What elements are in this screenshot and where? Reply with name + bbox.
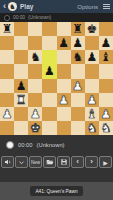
square-h3[interactable] bbox=[99, 93, 113, 107]
square-g5[interactable] bbox=[85, 64, 99, 78]
square-c7[interactable] bbox=[28, 36, 42, 50]
square-g1[interactable]: ♞ bbox=[85, 121, 99, 135]
square-b6[interactable] bbox=[14, 50, 28, 64]
piece-black-pawn: ♟ bbox=[86, 51, 97, 63]
play-icon: ▶ bbox=[103, 159, 108, 166]
square-b1[interactable] bbox=[14, 121, 28, 135]
square-f4[interactable]: ♟ bbox=[71, 79, 85, 93]
square-e6[interactable] bbox=[57, 50, 71, 64]
square-g6[interactable]: ♟ bbox=[85, 50, 99, 64]
square-d2[interactable] bbox=[42, 107, 56, 121]
player-bar-white: 00:00 (Unknown) bbox=[0, 135, 113, 155]
chess-board: ♜♜♚♟♟♟♞♞♟♝♟♟♟♜♟♟♟♟♝♟♚♞♞ bbox=[0, 22, 113, 135]
piece-black-pawn: ♟ bbox=[44, 65, 55, 77]
piece-white-pawn: ♟ bbox=[86, 94, 97, 106]
speaker-icon bbox=[4, 158, 12, 166]
square-h2[interactable]: ♟ bbox=[99, 107, 113, 121]
floppy-disk-icon bbox=[60, 158, 68, 166]
square-c1[interactable]: ♚ bbox=[28, 121, 42, 135]
square-d8[interactable] bbox=[42, 22, 56, 36]
square-e5[interactable] bbox=[57, 64, 71, 78]
square-d7[interactable] bbox=[42, 36, 56, 50]
white-player-color-icon bbox=[6, 141, 14, 149]
square-b8[interactable] bbox=[14, 22, 28, 36]
square-d4[interactable] bbox=[42, 79, 56, 93]
white-player-clock: 00:00 bbox=[18, 142, 33, 148]
square-b5[interactable] bbox=[14, 64, 28, 78]
next-icon: › bbox=[90, 158, 93, 166]
white-player-name: (Unknown) bbox=[37, 142, 65, 148]
square-f2[interactable] bbox=[71, 107, 85, 121]
square-d3[interactable] bbox=[42, 93, 56, 107]
piece-white-pawn: ♟ bbox=[30, 108, 41, 120]
square-a3[interactable] bbox=[0, 93, 14, 107]
black-player-name: (Unknown) bbox=[28, 15, 51, 20]
square-g7[interactable] bbox=[85, 36, 99, 50]
piece-white-bishop: ♝ bbox=[86, 108, 97, 120]
bottom-panel: 00:00 (Unknown) New ‹ › bbox=[0, 135, 113, 182]
piece-black-king: ♚ bbox=[86, 23, 97, 35]
square-e7[interactable]: ♟ bbox=[57, 36, 71, 50]
folder-open-icon bbox=[46, 158, 54, 166]
new-game-button[interactable]: New bbox=[29, 156, 42, 168]
square-h4[interactable] bbox=[99, 79, 113, 93]
status-area: A41: Queen's Pawn bbox=[0, 182, 113, 200]
square-a1[interactable] bbox=[0, 121, 14, 135]
square-f5[interactable] bbox=[71, 64, 85, 78]
open-button[interactable] bbox=[43, 156, 56, 168]
player-bar-black: 00:00 (Unknown) bbox=[0, 13, 113, 22]
square-a2[interactable]: ♟ bbox=[0, 107, 14, 121]
piece-white-knight: ♞ bbox=[86, 122, 97, 134]
square-c3[interactable] bbox=[28, 93, 42, 107]
next-move-button[interactable]: › bbox=[85, 156, 98, 168]
square-f1[interactable] bbox=[71, 121, 85, 135]
square-c8[interactable] bbox=[28, 22, 42, 36]
square-a8[interactable]: ♜ bbox=[0, 22, 14, 36]
app-logo-icon: ♞ bbox=[8, 2, 17, 11]
square-h8[interactable] bbox=[99, 22, 113, 36]
square-g2[interactable]: ♝ bbox=[85, 107, 99, 121]
piece-black-pawn: ♟ bbox=[16, 80, 27, 92]
square-a5[interactable] bbox=[0, 64, 14, 78]
square-c2[interactable]: ♟ bbox=[28, 107, 42, 121]
square-h7[interactable]: ♟ bbox=[99, 36, 113, 50]
square-a4[interactable] bbox=[0, 79, 14, 93]
square-d1[interactable] bbox=[42, 121, 56, 135]
square-f3[interactable] bbox=[71, 93, 85, 107]
square-e1[interactable] bbox=[57, 121, 71, 135]
piece-black-rook: ♜ bbox=[2, 23, 13, 35]
piece-white-king: ♚ bbox=[30, 122, 41, 134]
square-e3[interactable]: ♟ bbox=[57, 93, 71, 107]
square-h5[interactable] bbox=[99, 64, 113, 78]
piece-white-pawn: ♟ bbox=[101, 108, 112, 120]
square-e8[interactable] bbox=[57, 22, 71, 36]
piece-black-knight: ♞ bbox=[72, 51, 83, 63]
square-d5[interactable]: ♟ bbox=[42, 64, 56, 78]
square-c6[interactable]: ♞ bbox=[28, 50, 42, 64]
opening-toast: A41: Queen's Pawn bbox=[30, 186, 82, 196]
square-f7[interactable]: ♟ bbox=[71, 36, 85, 50]
square-a7[interactable] bbox=[0, 36, 14, 50]
sound-button[interactable] bbox=[1, 156, 14, 168]
piece-black-pawn: ♟ bbox=[72, 37, 83, 49]
page-title: Play bbox=[20, 3, 33, 10]
square-e2[interactable] bbox=[57, 107, 71, 121]
square-g8[interactable]: ♚ bbox=[85, 22, 99, 36]
prev-icon: ‹ bbox=[76, 158, 79, 166]
piece-white-pawn: ♟ bbox=[2, 108, 13, 120]
toolbar: New ‹ › ▶ bbox=[0, 155, 113, 169]
square-f8[interactable]: ♜ bbox=[71, 22, 85, 36]
piece-black-pawn: ♟ bbox=[58, 37, 69, 49]
chevron-down-icon bbox=[18, 159, 25, 166]
black-player-clock: 00:00 bbox=[13, 15, 25, 20]
options-button[interactable]: Options bbox=[77, 4, 98, 10]
square-d6[interactable] bbox=[42, 50, 56, 64]
square-b2[interactable] bbox=[14, 107, 28, 121]
square-h6[interactable]: ♝ bbox=[99, 50, 113, 64]
piece-white-knight: ♞ bbox=[101, 122, 112, 134]
square-c4[interactable] bbox=[28, 79, 42, 93]
expand-button[interactable] bbox=[15, 156, 28, 168]
save-button[interactable] bbox=[57, 156, 70, 168]
back-icon[interactable]: ‹ bbox=[3, 2, 6, 11]
app-header: ‹ ♞ Play Options bbox=[0, 0, 113, 13]
play-button[interactable]: ▶ bbox=[99, 156, 112, 168]
piece-white-pawn: ♟ bbox=[58, 94, 69, 106]
piece-black-rook: ♜ bbox=[72, 23, 83, 35]
square-b7[interactable] bbox=[14, 36, 28, 50]
piece-white-pawn: ♟ bbox=[72, 80, 83, 92]
square-e4[interactable] bbox=[57, 79, 71, 93]
piece-black-knight: ♞ bbox=[30, 51, 41, 63]
piece-black-bishop: ♝ bbox=[101, 51, 112, 63]
square-g3[interactable]: ♟ bbox=[85, 93, 99, 107]
square-g4[interactable] bbox=[85, 79, 99, 93]
chess-app: ‹ ♞ Play Options 00:00 (Unknown) ♜♜♚♟♟♟♞… bbox=[0, 0, 113, 200]
square-f6[interactable]: ♞ bbox=[71, 50, 85, 64]
new-game-label: New bbox=[31, 160, 40, 165]
hamburger-menu-icon[interactable] bbox=[103, 4, 110, 10]
square-a6[interactable] bbox=[0, 50, 14, 64]
square-b4[interactable]: ♟ bbox=[14, 79, 28, 93]
prev-move-button[interactable]: ‹ bbox=[71, 156, 84, 168]
square-b3[interactable]: ♜ bbox=[14, 93, 28, 107]
piece-white-rook: ♜ bbox=[16, 94, 27, 106]
square-c5[interactable] bbox=[28, 64, 42, 78]
piece-black-pawn: ♟ bbox=[101, 37, 112, 49]
black-player-color-icon bbox=[4, 15, 10, 21]
square-h1[interactable]: ♞ bbox=[99, 121, 113, 135]
